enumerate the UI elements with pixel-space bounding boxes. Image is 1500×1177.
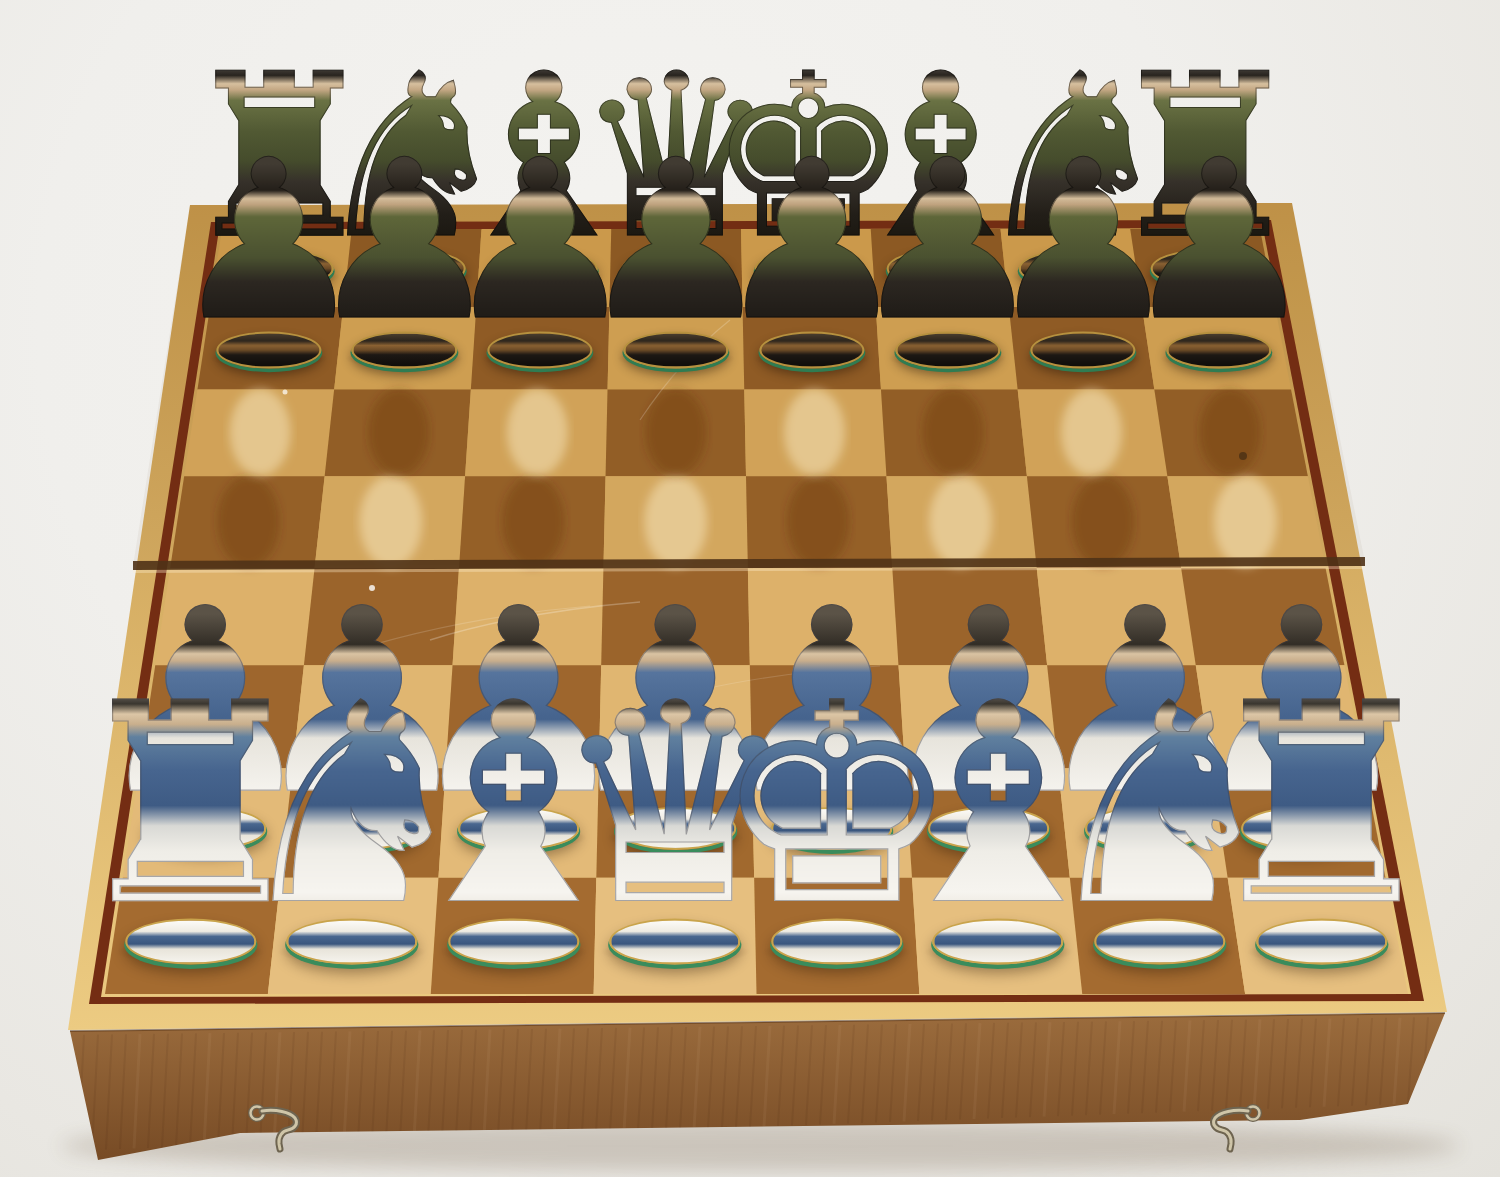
white-rook-glyph: ♜ (1198, 679, 1445, 933)
pieces-layer: ♜♞♝♛♚♝♞♜♟♟♟♟♟♟♟♟♟♟♟♟♟♟♟♟♜♞♝♛♚♝♞♜ (0, 0, 1500, 1177)
piece-white-rook-h1[interactable]: ♜ (1198, 679, 1445, 965)
chess-set-photo: ♜♞♝♛♚♝♞♜♟♟♟♟♟♟♟♟♟♟♟♟♟♟♟♟♜♞♝♛♚♝♞♜ (0, 0, 1500, 1177)
black-pawn-glyph: ♟ (1120, 140, 1317, 342)
piece-black-pawn-h7[interactable]: ♟ (1120, 140, 1317, 368)
